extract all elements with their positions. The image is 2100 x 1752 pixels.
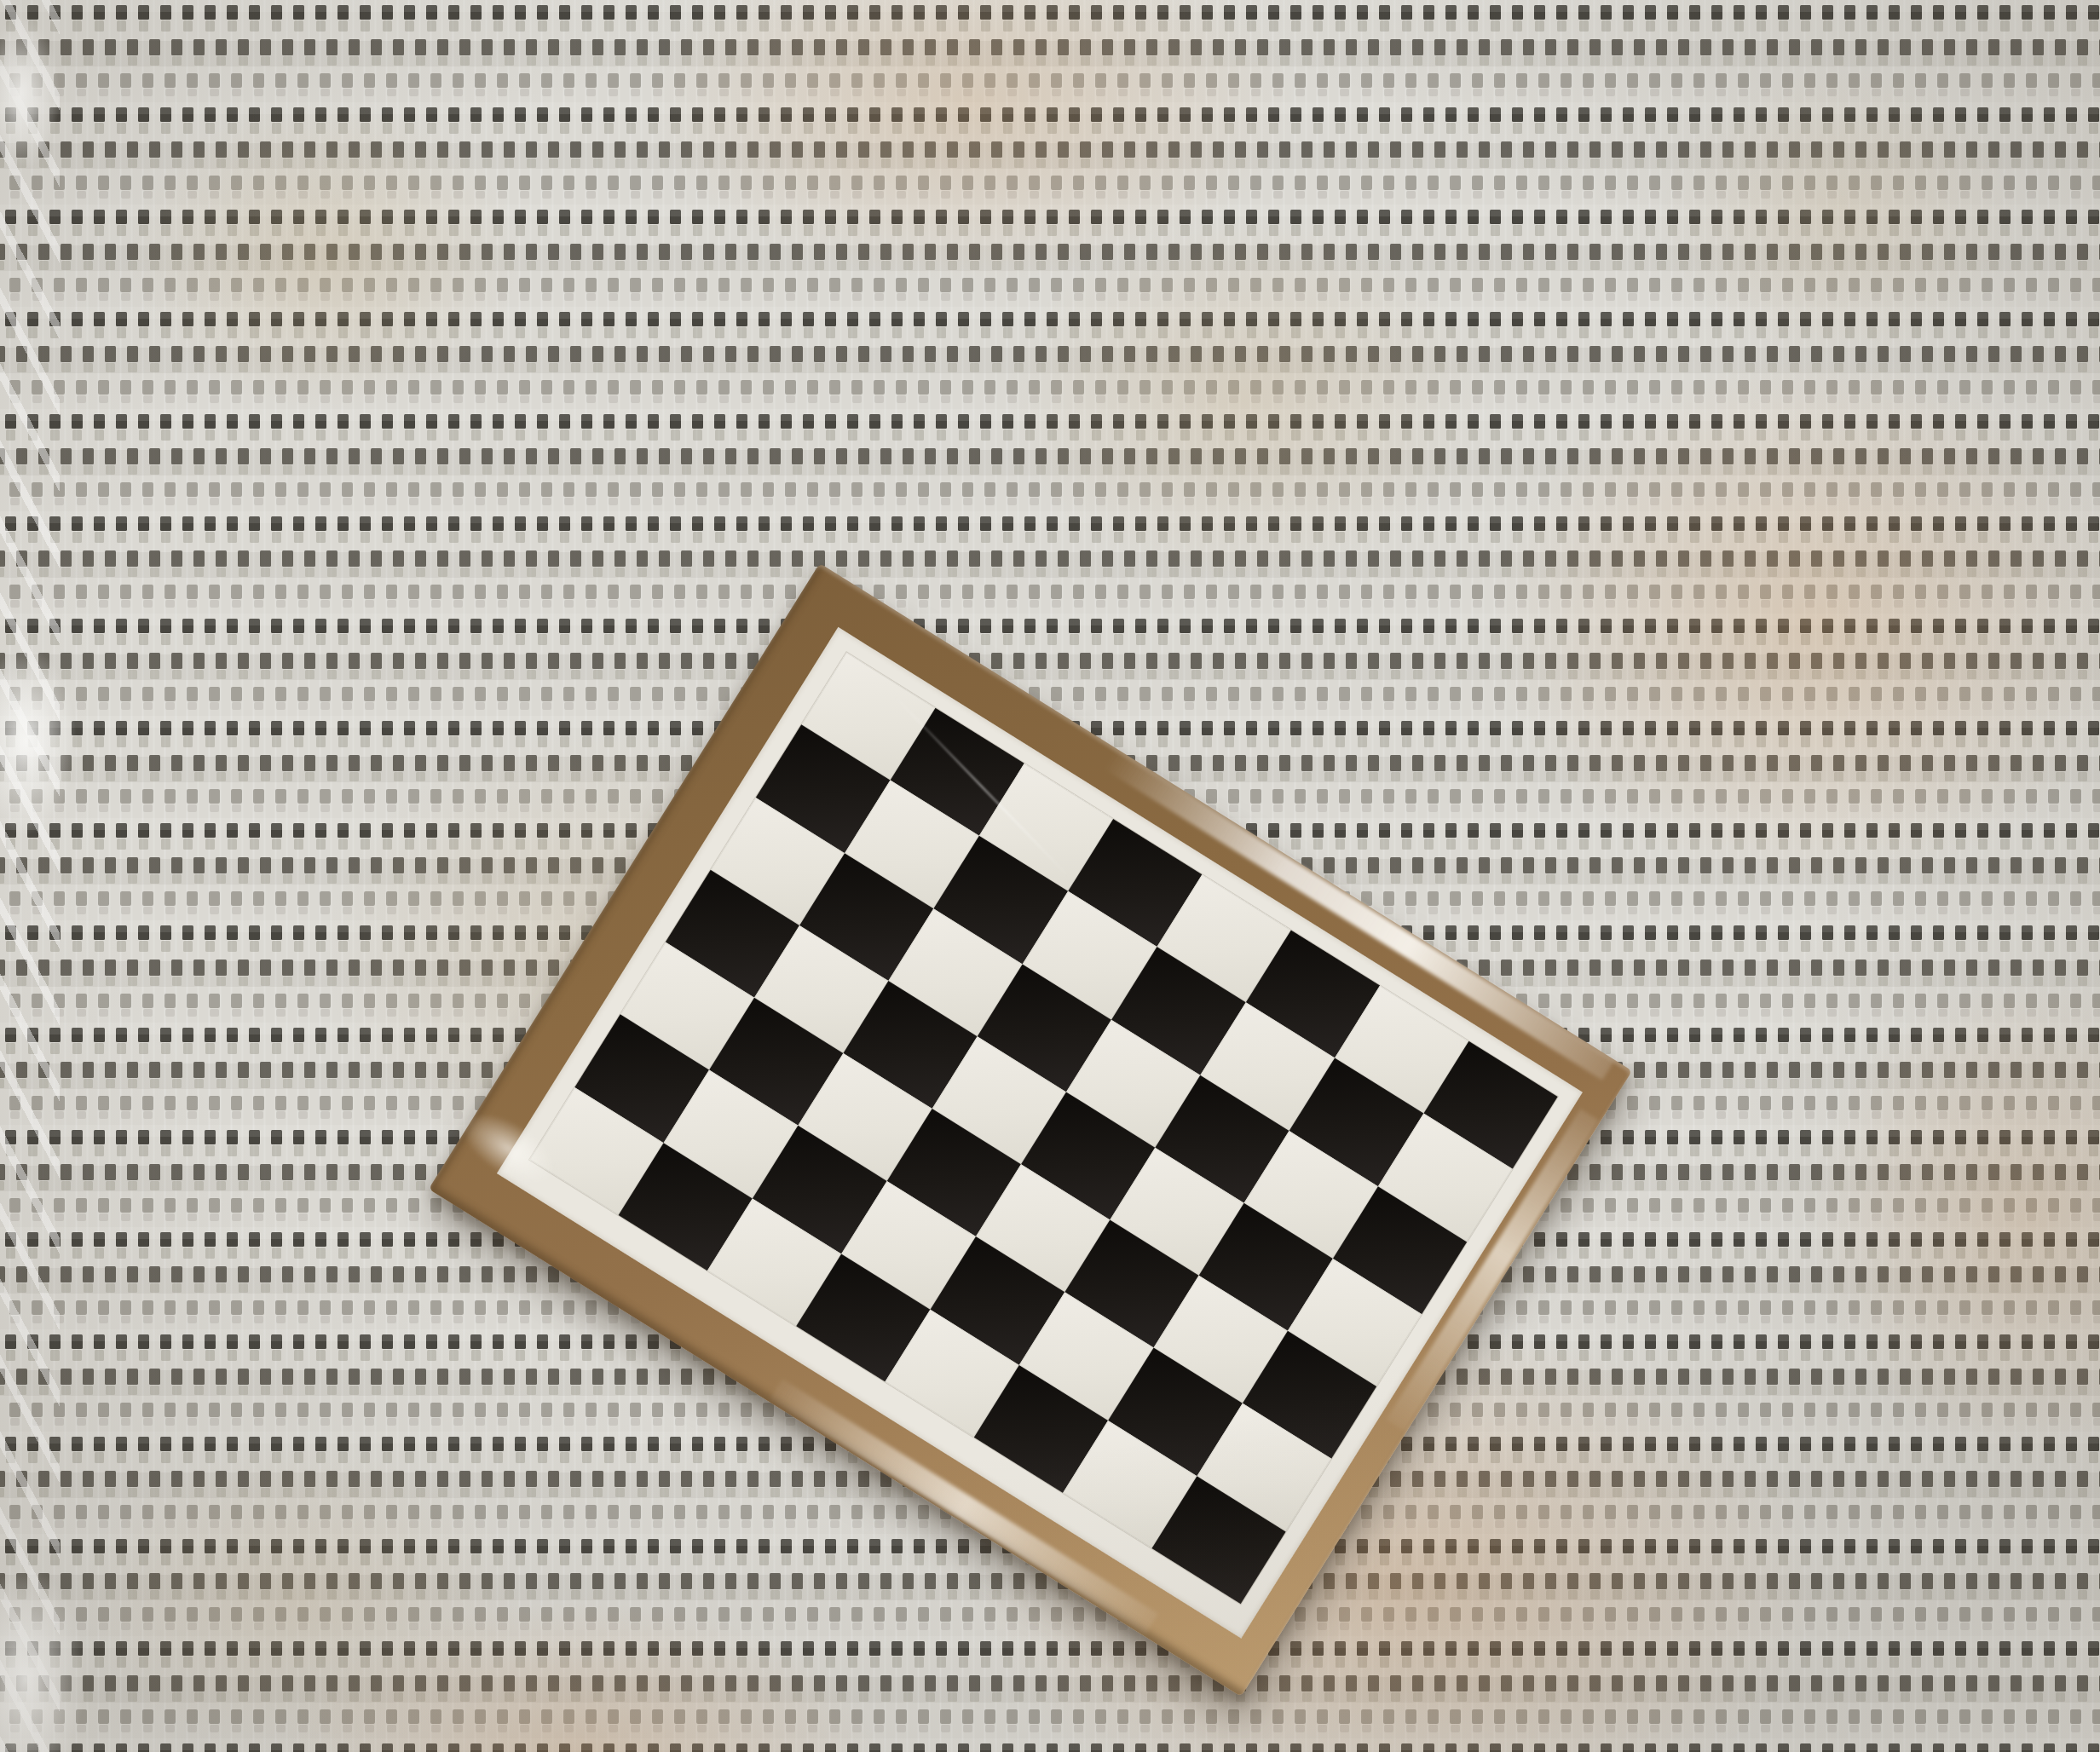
photo-vignette [0,0,2100,1752]
photo-scene [0,0,2100,1752]
